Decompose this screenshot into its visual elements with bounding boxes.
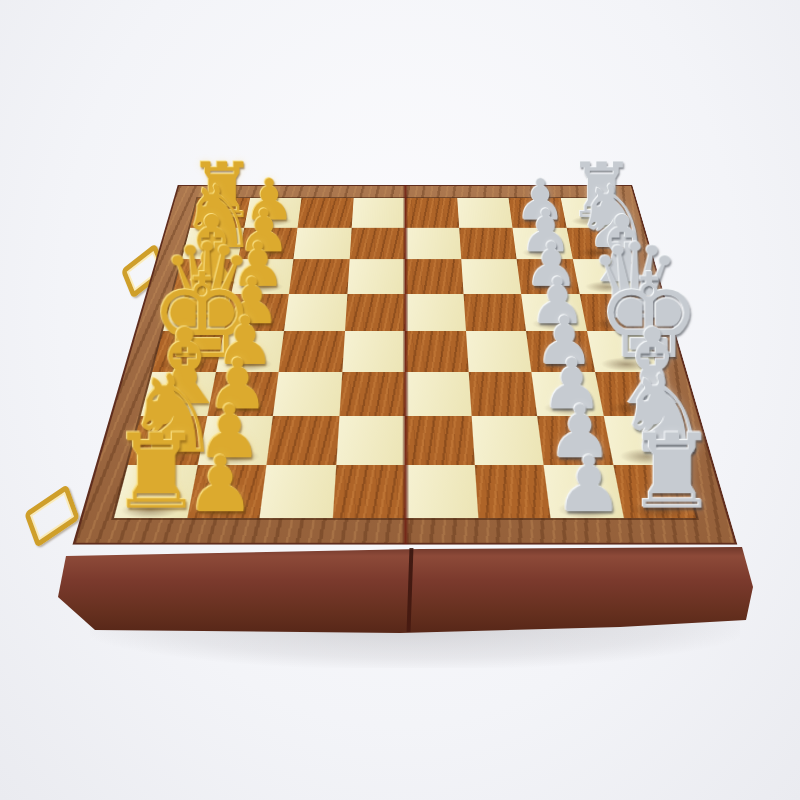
cell-h3 [258, 466, 335, 520]
cell-f4 [338, 372, 405, 417]
cell-a3 [297, 197, 353, 227]
cell-d5 [405, 293, 466, 331]
cell-f3 [272, 372, 342, 417]
cell-h8: ♜ [615, 466, 699, 520]
cell-g5 [405, 417, 475, 466]
piece-bR-h8[interactable]: ♜ [626, 419, 700, 523]
cell-b5 [405, 227, 461, 259]
cell-h4 [332, 466, 405, 520]
cell-d4 [344, 293, 405, 331]
piece-bP-h7[interactable]: ♟ [552, 446, 626, 523]
cell-g3 [265, 417, 338, 466]
cell-c5 [405, 259, 464, 294]
cell-h5 [405, 466, 478, 520]
cell-g6 [472, 417, 545, 466]
product-photo-stage: ♜♟♟♜♞♟♟♞♝♟♟♝♛♟♟♛♚♟♟♚♝♟♟♝♞♟♟♞♜♟♟♜ [0, 0, 800, 800]
cell-d6 [464, 293, 527, 331]
cell-a5 [405, 197, 459, 227]
cell-f6 [469, 372, 539, 417]
cell-c3 [288, 259, 349, 294]
piece-wR-h1[interactable]: ♜ [110, 419, 184, 523]
cell-e3 [278, 331, 344, 372]
box-latch-lower-icon [24, 484, 80, 548]
chess-board: ♜♟♟♜♞♟♟♞♝♟♟♝♛♟♟♛♚♟♟♚♝♟♟♝♞♟♟♞♜♟♟♜ [72, 185, 737, 545]
cell-e5 [405, 331, 469, 372]
cell-h7: ♟ [545, 466, 626, 520]
cell-a4 [351, 197, 405, 227]
cell-d3 [283, 293, 346, 331]
cell-g4 [335, 417, 405, 466]
cell-b4 [349, 227, 405, 259]
cell-c6 [461, 259, 522, 294]
cell-f5 [405, 372, 472, 417]
cell-b6 [459, 227, 517, 259]
cell-c4 [346, 259, 405, 294]
cell-b3 [293, 227, 351, 259]
cell-h1: ♜ [111, 466, 195, 520]
cell-h6 [475, 466, 552, 520]
cell-e4 [341, 331, 405, 372]
piece-wP-h2[interactable]: ♟ [184, 446, 258, 523]
cell-a6 [457, 197, 513, 227]
cell-e6 [466, 331, 532, 372]
cell-h2: ♟ [185, 466, 266, 520]
